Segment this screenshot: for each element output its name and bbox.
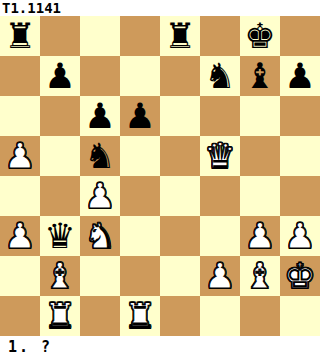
- black-pawn-d6[interactable]: ♟: [124, 96, 155, 136]
- white-pawn-f2[interactable]: ♟: [204, 256, 235, 296]
- white-pawn-h3[interactable]: ♟: [284, 216, 315, 256]
- black-bishop-g7[interactable]: ♝: [244, 56, 275, 96]
- white-bishop-b2[interactable]: ♝: [44, 256, 75, 296]
- black-knight-c5[interactable]: ♞: [84, 136, 115, 176]
- square-a5[interactable]: ♟: [0, 136, 40, 176]
- square-b6[interactable]: [40, 96, 80, 136]
- square-d8[interactable]: [120, 16, 160, 56]
- square-d2[interactable]: [120, 256, 160, 296]
- puzzle-title: T1.1141: [0, 0, 320, 16]
- square-e3[interactable]: [160, 216, 200, 256]
- square-e6[interactable]: [160, 96, 200, 136]
- square-g2[interactable]: ♝: [240, 256, 280, 296]
- white-king-h2[interactable]: ♚: [284, 256, 315, 296]
- square-e5[interactable]: [160, 136, 200, 176]
- square-h1[interactable]: [280, 296, 320, 336]
- square-a4[interactable]: [0, 176, 40, 216]
- square-f8[interactable]: [200, 16, 240, 56]
- square-h7[interactable]: ♟: [280, 56, 320, 96]
- white-pawn-a3[interactable]: ♟: [4, 216, 35, 256]
- chess-board: ♜♜♚♟♞♝♟♟♟♟♞♛♟♟♛♞♟♟♝♟♝♚♜♜: [0, 16, 320, 336]
- white-pawn-c4[interactable]: ♟: [84, 176, 115, 216]
- square-g3[interactable]: ♟: [240, 216, 280, 256]
- black-pawn-c6[interactable]: ♟: [84, 96, 115, 136]
- square-c2[interactable]: [80, 256, 120, 296]
- square-g7[interactable]: ♝: [240, 56, 280, 96]
- black-rook-e8[interactable]: ♜: [164, 16, 195, 56]
- square-a8[interactable]: ♜: [0, 16, 40, 56]
- square-g8[interactable]: ♚: [240, 16, 280, 56]
- white-queen-f5[interactable]: ♛: [204, 136, 235, 176]
- square-a1[interactable]: [0, 296, 40, 336]
- square-d5[interactable]: [120, 136, 160, 176]
- square-b2[interactable]: ♝: [40, 256, 80, 296]
- square-c8[interactable]: [80, 16, 120, 56]
- square-b4[interactable]: [40, 176, 80, 216]
- square-d7[interactable]: [120, 56, 160, 96]
- square-c1[interactable]: [80, 296, 120, 336]
- square-b1[interactable]: ♜: [40, 296, 80, 336]
- square-c7[interactable]: [80, 56, 120, 96]
- square-d4[interactable]: [120, 176, 160, 216]
- square-g5[interactable]: [240, 136, 280, 176]
- square-f4[interactable]: [200, 176, 240, 216]
- square-h2[interactable]: ♚: [280, 256, 320, 296]
- square-f5[interactable]: ♛: [200, 136, 240, 176]
- square-h4[interactable]: [280, 176, 320, 216]
- black-queen-b3[interactable]: ♛: [44, 216, 75, 256]
- square-e1[interactable]: [160, 296, 200, 336]
- square-c6[interactable]: ♟: [80, 96, 120, 136]
- move-prompt: 1. ?: [0, 336, 320, 360]
- square-d6[interactable]: ♟: [120, 96, 160, 136]
- square-b8[interactable]: [40, 16, 80, 56]
- black-pawn-h7[interactable]: ♟: [284, 56, 315, 96]
- square-e4[interactable]: [160, 176, 200, 216]
- square-d3[interactable]: [120, 216, 160, 256]
- square-b5[interactable]: [40, 136, 80, 176]
- white-rook-b1[interactable]: ♜: [44, 296, 75, 336]
- square-h5[interactable]: [280, 136, 320, 176]
- square-b3[interactable]: ♛: [40, 216, 80, 256]
- square-b7[interactable]: ♟: [40, 56, 80, 96]
- square-g6[interactable]: [240, 96, 280, 136]
- white-pawn-g3[interactable]: ♟: [244, 216, 275, 256]
- white-bishop-g2[interactable]: ♝: [244, 256, 275, 296]
- white-rook-d1[interactable]: ♜: [124, 296, 155, 336]
- black-king-g8[interactable]: ♚: [244, 16, 275, 56]
- black-knight-f7[interactable]: ♞: [204, 56, 235, 96]
- black-pawn-b7[interactable]: ♟: [44, 56, 75, 96]
- square-f3[interactable]: [200, 216, 240, 256]
- square-a3[interactable]: ♟: [0, 216, 40, 256]
- square-e7[interactable]: [160, 56, 200, 96]
- square-d1[interactable]: ♜: [120, 296, 160, 336]
- square-h3[interactable]: ♟: [280, 216, 320, 256]
- square-a6[interactable]: [0, 96, 40, 136]
- square-f6[interactable]: [200, 96, 240, 136]
- black-rook-a8[interactable]: ♜: [4, 16, 35, 56]
- square-c3[interactable]: ♞: [80, 216, 120, 256]
- square-g1[interactable]: [240, 296, 280, 336]
- square-a2[interactable]: [0, 256, 40, 296]
- square-f1[interactable]: [200, 296, 240, 336]
- square-c5[interactable]: ♞: [80, 136, 120, 176]
- square-f2[interactable]: ♟: [200, 256, 240, 296]
- square-h8[interactable]: [280, 16, 320, 56]
- square-a7[interactable]: [0, 56, 40, 96]
- square-c4[interactable]: ♟: [80, 176, 120, 216]
- white-knight-c3[interactable]: ♞: [84, 216, 115, 256]
- square-e2[interactable]: [160, 256, 200, 296]
- white-pawn-a5[interactable]: ♟: [4, 136, 35, 176]
- chess-diagram-page: T1.1141 ♜♜♚♟♞♝♟♟♟♟♞♛♟♟♛♞♟♟♝♟♝♚♜♜ 1. ?: [0, 0, 320, 360]
- square-e8[interactable]: ♜: [160, 16, 200, 56]
- square-g4[interactable]: [240, 176, 280, 216]
- square-h6[interactable]: [280, 96, 320, 136]
- square-f7[interactable]: ♞: [200, 56, 240, 96]
